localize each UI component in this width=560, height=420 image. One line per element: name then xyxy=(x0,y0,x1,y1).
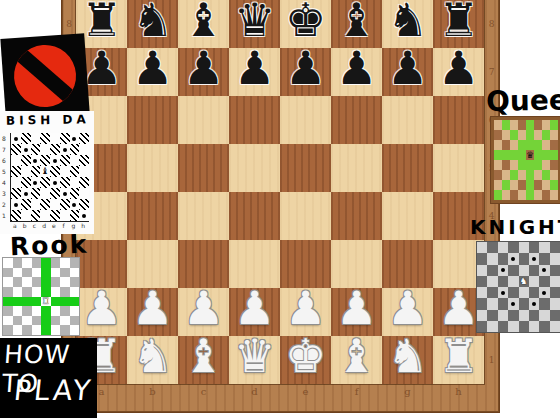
mini-square xyxy=(539,321,549,332)
mini-square xyxy=(550,160,558,170)
mini-square xyxy=(477,253,487,264)
mini-square xyxy=(550,150,558,160)
mini-square xyxy=(518,150,526,160)
mini-square xyxy=(550,180,558,190)
move-dot xyxy=(542,268,546,272)
mini-piece: ♞ xyxy=(520,277,528,286)
square-f7[interactable]: ♟ xyxy=(331,48,382,96)
mini-square xyxy=(550,242,560,253)
mini-square xyxy=(494,160,502,170)
mini-rank-label-1: 1 xyxy=(2,210,6,221)
square-b2[interactable]: ♟ xyxy=(127,288,178,336)
square-g6[interactable] xyxy=(382,96,433,144)
mini-square xyxy=(51,268,61,278)
mini-square xyxy=(70,210,80,221)
mini-square xyxy=(60,133,70,144)
mini-square xyxy=(498,321,508,332)
square-b8[interactable]: ♞ xyxy=(127,0,178,48)
square-g5[interactable] xyxy=(382,144,433,192)
mini-square xyxy=(21,133,31,144)
mini-square xyxy=(508,265,518,276)
knight-panel-title: KNIGHT xyxy=(470,215,560,239)
mini-square xyxy=(11,188,21,199)
square-c5[interactable] xyxy=(178,144,229,192)
square-f4[interactable] xyxy=(331,192,382,240)
mini-square xyxy=(51,306,61,316)
square-e4[interactable] xyxy=(280,192,331,240)
piece-black-rook: ♜ xyxy=(433,0,484,44)
mini-square xyxy=(41,268,51,278)
mini-square xyxy=(529,265,539,276)
piece-black-pawn: ♟ xyxy=(229,44,280,92)
piece-black-bishop: ♝ xyxy=(178,0,229,44)
mini-square xyxy=(534,140,542,150)
square-c8[interactable]: ♝ xyxy=(178,0,229,48)
mini-square xyxy=(13,297,23,307)
mini-square xyxy=(70,268,80,278)
bishop-moves-diagram: ♝ xyxy=(10,133,89,222)
mini-square xyxy=(518,190,526,200)
mini-square xyxy=(529,242,539,253)
piece-black-pawn: ♟ xyxy=(382,44,433,92)
mini-square xyxy=(70,325,80,335)
square-c6[interactable] xyxy=(178,96,229,144)
mini-square xyxy=(3,316,13,326)
mini-square xyxy=(539,253,549,264)
mini-square xyxy=(22,316,32,326)
mini-rank-label-4: 4 xyxy=(2,177,6,188)
mini-square xyxy=(60,297,70,307)
mini-square xyxy=(542,150,550,160)
square-c2[interactable]: ♟ xyxy=(178,288,229,336)
mini-square xyxy=(550,276,560,287)
square-f3[interactable] xyxy=(331,240,382,288)
mini-square xyxy=(79,133,89,144)
mini-square xyxy=(534,180,542,190)
mini-square xyxy=(510,180,518,190)
mini-square xyxy=(70,258,80,268)
mini-square xyxy=(70,155,80,166)
mini-square xyxy=(550,140,558,150)
mini-piece: ♜ xyxy=(42,297,50,306)
mini-square xyxy=(40,210,50,221)
piece-white-pawn: ♟ xyxy=(127,284,178,332)
mini-square xyxy=(40,155,50,166)
piece-black-pawn: ♟ xyxy=(280,44,331,92)
mini-square xyxy=(534,150,542,160)
board-grid: ♜♞♝♛♚♝♞♜♟♟♟♟♟♟♟♟♟♟♟♟♟♟♟♟♜♞♝♛♚♝♞♜ xyxy=(76,0,484,384)
mini-square xyxy=(40,144,50,155)
piece-black-pawn: ♟ xyxy=(331,44,382,92)
mini-square xyxy=(487,287,497,298)
mini-square xyxy=(50,166,60,177)
mini-square xyxy=(510,160,518,170)
square-c7[interactable]: ♟ xyxy=(178,48,229,96)
mini-square xyxy=(21,210,31,221)
mini-square xyxy=(70,166,80,177)
mini-square xyxy=(60,188,70,199)
mini-file-label-a: a xyxy=(10,222,20,229)
square-d4[interactable] xyxy=(229,192,280,240)
bishop-diagram-files: abcdefgh xyxy=(10,222,88,229)
square-b5[interactable] xyxy=(127,144,178,192)
mini-square xyxy=(22,277,32,287)
square-g2[interactable]: ♟ xyxy=(382,288,433,336)
mini-rank-label-2: 2 xyxy=(2,199,6,210)
rook-panel-title: Rook xyxy=(10,230,89,262)
piece-white-bishop: ♝ xyxy=(178,332,229,380)
mini-square xyxy=(79,166,89,177)
mini-file-label-d: d xyxy=(39,222,49,229)
mini-square: ♛ xyxy=(526,150,534,160)
queen-panel-title: Queen xyxy=(486,83,560,118)
mini-file-label-b: b xyxy=(20,222,30,229)
piece-black-knight: ♞ xyxy=(127,0,178,44)
mini-square xyxy=(550,130,558,140)
move-dot xyxy=(63,148,67,152)
mini-square: ♞ xyxy=(519,276,529,287)
mini-square xyxy=(13,268,23,278)
mini-square xyxy=(3,325,13,335)
square-b7[interactable]: ♟ xyxy=(127,48,178,96)
mini-square xyxy=(529,321,539,332)
mini-square xyxy=(21,199,31,210)
mini-square xyxy=(60,258,70,268)
mini-square xyxy=(70,199,80,210)
mini-square xyxy=(70,144,80,155)
mini-square xyxy=(534,190,542,200)
mini-file-label-h: h xyxy=(78,222,88,229)
mini-file-label-c: c xyxy=(30,222,40,229)
mini-rank-label-6: 6 xyxy=(2,155,6,166)
mini-square xyxy=(31,188,41,199)
piece-white-pawn: ♟ xyxy=(229,284,280,332)
mini-square xyxy=(539,287,549,298)
mini-square xyxy=(70,287,80,297)
square-e8[interactable]: ♚ xyxy=(280,0,331,48)
square-d3[interactable] xyxy=(229,240,280,288)
mini-square xyxy=(79,177,89,188)
mini-square xyxy=(22,258,32,268)
square-c1[interactable]: ♝ xyxy=(178,336,229,384)
mini-square xyxy=(41,325,51,335)
piece-white-pawn: ♟ xyxy=(178,284,229,332)
mini-square xyxy=(494,150,502,160)
square-b3[interactable] xyxy=(127,240,178,288)
move-dot xyxy=(53,159,57,163)
square-f1[interactable]: ♝ xyxy=(331,336,382,384)
mini-file-label-f: f xyxy=(59,222,69,229)
mini-square xyxy=(510,120,518,130)
piece-black-pawn: ♟ xyxy=(433,44,484,92)
mini-square xyxy=(508,253,518,264)
mini-square xyxy=(542,130,550,140)
mini-square xyxy=(13,325,23,335)
piece-black-pawn: ♟ xyxy=(178,44,229,92)
square-f6[interactable] xyxy=(331,96,382,144)
mini-square xyxy=(477,242,487,253)
mini-square xyxy=(487,242,497,253)
square-c4[interactable] xyxy=(178,192,229,240)
mini-square xyxy=(60,199,70,210)
mini-square xyxy=(494,180,502,190)
mini-square xyxy=(510,130,518,140)
mini-square xyxy=(477,310,487,321)
mini-square xyxy=(494,170,502,180)
mini-file-label-g: g xyxy=(69,222,79,229)
mini-square xyxy=(70,316,80,326)
square-d6[interactable] xyxy=(229,96,280,144)
mini-rank-label-8: 8 xyxy=(2,133,6,144)
mini-square xyxy=(519,321,529,332)
mini-square xyxy=(60,316,70,326)
move-dot xyxy=(511,302,515,306)
mini-square xyxy=(477,287,487,298)
chess-game-screen: ♜♞♝♛♚♝♞♜♟♟♟♟♟♟♟♟♟♟♟♟♟♟♟♟♜♞♝♛♚♝♞♜ abcdefg… xyxy=(0,0,560,420)
mini-square xyxy=(60,144,70,155)
mini-square xyxy=(50,133,60,144)
mini-square xyxy=(32,268,42,278)
queen-moves-diagram: ♛ xyxy=(491,117,560,203)
square-d2[interactable]: ♟ xyxy=(229,288,280,336)
mini-square xyxy=(518,180,526,190)
mini-rank-label-5: 5 xyxy=(2,166,6,177)
square-h7[interactable]: ♟ xyxy=(433,48,484,96)
square-g1[interactable]: ♞ xyxy=(382,336,433,384)
mini-square xyxy=(51,297,61,307)
mini-square xyxy=(477,265,487,276)
mini-square xyxy=(519,287,529,298)
square-b6[interactable] xyxy=(127,96,178,144)
mini-square xyxy=(13,277,23,287)
piece-white-pawn: ♟ xyxy=(76,284,127,332)
mini-square xyxy=(539,242,549,253)
square-f5[interactable] xyxy=(331,144,382,192)
mini-square: ♝ xyxy=(40,166,50,177)
mini-square xyxy=(550,253,560,264)
mini-square xyxy=(518,160,526,170)
mini-square xyxy=(13,316,23,326)
square-h1[interactable]: ♜ xyxy=(433,336,484,384)
square-d8[interactable]: ♛ xyxy=(229,0,280,48)
piece-white-pawn: ♟ xyxy=(382,284,433,332)
mini-square xyxy=(3,268,13,278)
mini-square: ♜ xyxy=(41,297,51,307)
square-c3[interactable] xyxy=(178,240,229,288)
mini-square xyxy=(11,199,21,210)
mini-square xyxy=(550,287,560,298)
mini-square xyxy=(526,160,534,170)
move-dot xyxy=(33,181,37,185)
mini-square xyxy=(13,306,23,316)
mini-square xyxy=(32,297,42,307)
mini-square xyxy=(487,321,497,332)
mini-square xyxy=(70,306,80,316)
mini-square xyxy=(70,277,80,287)
square-e1[interactable]: ♚ xyxy=(280,336,331,384)
piece-black-knight: ♞ xyxy=(382,0,433,44)
mini-square xyxy=(40,199,50,210)
mini-square xyxy=(498,265,508,276)
mini-square xyxy=(32,287,42,297)
mini-square xyxy=(518,170,526,180)
mini-square xyxy=(51,316,61,326)
mini-square xyxy=(22,325,32,335)
mini-square xyxy=(519,242,529,253)
mini-square xyxy=(11,133,21,144)
mini-square xyxy=(70,133,80,144)
mini-square xyxy=(32,258,42,268)
piece-white-rook: ♜ xyxy=(433,332,484,380)
mini-square xyxy=(518,120,526,130)
piece-white-queen: ♛ xyxy=(229,332,280,380)
mini-piece: ♛ xyxy=(526,151,534,160)
bishop-diagram-ranks: 87654321 xyxy=(2,133,6,221)
mini-square xyxy=(542,160,550,170)
knight-moves-diagram: ♞ xyxy=(477,242,560,332)
mini-square xyxy=(550,321,560,332)
piece-white-bishop: ♝ xyxy=(331,332,382,380)
square-h6[interactable] xyxy=(433,96,484,144)
mini-square xyxy=(539,298,549,309)
mini-file-label-e: e xyxy=(49,222,59,229)
mini-square xyxy=(477,321,487,332)
mini-square xyxy=(40,177,50,188)
piece-black-queen: ♛ xyxy=(229,0,280,44)
move-dot xyxy=(33,159,37,163)
mini-square xyxy=(519,298,529,309)
mini-square xyxy=(529,253,539,264)
mini-square xyxy=(508,298,518,309)
mini-square xyxy=(487,253,497,264)
mini-square xyxy=(519,253,529,264)
mini-square xyxy=(13,258,23,268)
mini-square xyxy=(542,190,550,200)
mini-square xyxy=(22,287,32,297)
piece-black-bishop: ♝ xyxy=(331,0,382,44)
square-f8[interactable]: ♝ xyxy=(331,0,382,48)
mini-square xyxy=(508,310,518,321)
mini-square xyxy=(526,140,534,150)
mini-square xyxy=(3,297,13,307)
mini-square xyxy=(498,310,508,321)
mini-square xyxy=(41,316,51,326)
mini-square xyxy=(60,177,70,188)
mini-square xyxy=(21,188,31,199)
square-e3[interactable] xyxy=(280,240,331,288)
how-to-play-line2: PLAY xyxy=(12,374,95,407)
mini-square xyxy=(31,177,41,188)
file-label-d: d xyxy=(229,386,280,408)
mini-square xyxy=(50,155,60,166)
mini-square xyxy=(539,276,549,287)
square-e5[interactable] xyxy=(280,144,331,192)
mini-square xyxy=(539,265,549,276)
square-b1[interactable]: ♞ xyxy=(127,336,178,384)
mini-square xyxy=(60,268,70,278)
square-b4[interactable] xyxy=(127,192,178,240)
mini-square xyxy=(32,325,42,335)
move-dot xyxy=(511,257,515,261)
file-coordinates: abcdefgh xyxy=(76,386,484,408)
mini-square xyxy=(79,188,89,199)
mini-square xyxy=(498,298,508,309)
mini-square xyxy=(550,120,558,130)
square-e2[interactable]: ♟ xyxy=(280,288,331,336)
mini-square xyxy=(79,155,89,166)
mini-square xyxy=(21,177,31,188)
mini-square xyxy=(508,276,518,287)
square-a2[interactable]: ♟ xyxy=(76,288,127,336)
piece-black-pawn: ♟ xyxy=(127,44,178,92)
mini-square xyxy=(60,155,70,166)
mini-square xyxy=(550,298,560,309)
mini-square xyxy=(41,258,51,268)
mini-square xyxy=(526,130,534,140)
piece-white-pawn: ♟ xyxy=(280,284,331,332)
chess-board: ♜♞♝♛♚♝♞♜♟♟♟♟♟♟♟♟♟♟♟♟♟♟♟♟♜♞♝♛♚♝♞♜ abcdefg… xyxy=(62,0,499,412)
move-dot xyxy=(72,203,76,207)
mini-square xyxy=(510,170,518,180)
square-f2[interactable]: ♟ xyxy=(331,288,382,336)
mini-square xyxy=(32,306,42,316)
move-dot xyxy=(501,291,505,295)
mini-square xyxy=(3,258,13,268)
square-g4[interactable] xyxy=(382,192,433,240)
mini-square xyxy=(550,265,560,276)
move-dot xyxy=(53,181,57,185)
mini-square xyxy=(487,265,497,276)
square-e6[interactable] xyxy=(280,96,331,144)
square-h5[interactable] xyxy=(433,144,484,192)
mini-square xyxy=(60,210,70,221)
no-entry-slash xyxy=(12,45,78,106)
mini-square xyxy=(508,287,518,298)
mini-square xyxy=(510,150,518,160)
square-d7[interactable]: ♟ xyxy=(229,48,280,96)
square-g8[interactable]: ♞ xyxy=(382,0,433,48)
no-entry-button[interactable] xyxy=(0,33,89,118)
mini-square xyxy=(11,166,21,177)
square-e7[interactable]: ♟ xyxy=(280,48,331,96)
square-g7[interactable]: ♟ xyxy=(382,48,433,96)
mini-square xyxy=(31,210,41,221)
mini-square xyxy=(534,160,542,170)
mini-square xyxy=(494,140,502,150)
square-d5[interactable] xyxy=(229,144,280,192)
how-to-play-button[interactable]: HOW TO PLAY xyxy=(0,338,97,418)
mini-square xyxy=(502,150,510,160)
mini-square xyxy=(510,190,518,200)
move-dot xyxy=(532,302,536,306)
mini-square xyxy=(518,130,526,140)
mini-square xyxy=(550,190,558,200)
square-d1[interactable]: ♛ xyxy=(229,336,280,384)
mini-square xyxy=(502,160,510,170)
mini-rank-label-3: 3 xyxy=(2,188,6,199)
square-g3[interactable] xyxy=(382,240,433,288)
mini-square xyxy=(498,242,508,253)
no-entry-icon xyxy=(12,42,78,108)
square-h8[interactable]: ♜ xyxy=(433,0,484,48)
mini-square xyxy=(40,188,50,199)
rank-label-1: 1 xyxy=(484,336,499,384)
file-label-g: g xyxy=(382,386,433,408)
mini-square xyxy=(70,177,80,188)
move-dot xyxy=(542,291,546,295)
rank-label-8: 8 xyxy=(484,0,499,48)
mini-square xyxy=(32,277,42,287)
